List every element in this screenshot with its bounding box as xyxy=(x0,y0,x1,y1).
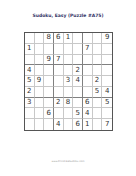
cell-r3c6 xyxy=(73,55,83,66)
cell-r4c7 xyxy=(83,65,93,76)
cell-r3c5 xyxy=(64,55,74,66)
cell-r5c4 xyxy=(54,76,64,87)
cell-r6c4 xyxy=(54,87,64,98)
cell-r4c8 xyxy=(93,65,103,76)
cell-r1c6 xyxy=(73,33,83,44)
cell-r6c8: 5 xyxy=(93,87,103,98)
cell-r3c8 xyxy=(93,55,103,66)
cell-r9c2 xyxy=(35,119,45,130)
cell-r9c3 xyxy=(44,119,54,130)
cell-r2c1: 1 xyxy=(25,44,35,55)
cell-r5c2: 9 xyxy=(35,76,45,87)
cell-r7c8 xyxy=(93,98,103,109)
cell-r5c1: 5 xyxy=(25,76,35,87)
cell-r2c7: 7 xyxy=(83,44,93,55)
cell-r2c8 xyxy=(93,44,103,55)
cell-r7c4: 2 xyxy=(54,98,64,109)
cell-r6c1: 2 xyxy=(25,87,35,98)
cell-r3c2 xyxy=(35,55,45,66)
cell-r8c7: 4 xyxy=(83,108,93,119)
cell-r2c5 xyxy=(64,44,74,55)
cell-r1c5: 1 xyxy=(64,33,74,44)
cell-r1c3: 8 xyxy=(44,33,54,44)
cell-r5c8: 2 xyxy=(93,76,103,87)
cell-r3c1 xyxy=(25,55,35,66)
cell-r8c4 xyxy=(54,108,64,119)
cell-r6c6 xyxy=(73,87,83,98)
cell-r9c6: 6 xyxy=(73,119,83,130)
cell-r4c3 xyxy=(44,65,54,76)
sudoku-page: Sudoku, Easy (Puzzle #A75) 8619179742593… xyxy=(0,0,136,176)
cell-r9c4: 4 xyxy=(54,119,64,130)
sudoku-board: 861917974259342254328656544617 xyxy=(24,32,113,131)
cell-r7c1: 3 xyxy=(25,98,35,109)
cell-r4c2 xyxy=(35,65,45,76)
cell-r4c4 xyxy=(54,65,64,76)
cell-r6c2 xyxy=(35,87,45,98)
cell-r1c4: 6 xyxy=(54,33,64,44)
cell-r8c6: 5 xyxy=(73,108,83,119)
cell-r8c1 xyxy=(25,108,35,119)
cell-r7c5: 8 xyxy=(64,98,74,109)
cell-r3c3: 9 xyxy=(44,55,54,66)
cell-r4c6: 2 xyxy=(73,65,83,76)
cell-r8c3: 6 xyxy=(44,108,54,119)
cell-r5c7 xyxy=(83,76,93,87)
cell-r2c4 xyxy=(54,44,64,55)
cell-r1c7 xyxy=(83,33,93,44)
cell-r5c3 xyxy=(44,76,54,87)
cell-r8c2 xyxy=(35,108,45,119)
cell-r3c7 xyxy=(83,55,93,66)
cell-r7c6 xyxy=(73,98,83,109)
cell-r4c5 xyxy=(64,65,74,76)
cell-r4c1: 4 xyxy=(25,65,35,76)
cell-r9c9: 7 xyxy=(102,119,112,130)
cell-r2c9 xyxy=(102,44,112,55)
cell-r5c5: 3 xyxy=(64,76,74,87)
cell-r9c7: 1 xyxy=(83,119,93,130)
cell-r5c9 xyxy=(102,76,112,87)
footer-url: www.PrintFreeSudoku.com xyxy=(0,161,136,164)
cell-r1c8 xyxy=(93,33,103,44)
cell-r1c1 xyxy=(25,33,35,44)
cell-r2c3 xyxy=(44,44,54,55)
cell-r3c4: 7 xyxy=(54,55,64,66)
cell-r7c7: 6 xyxy=(83,98,93,109)
cell-r2c6 xyxy=(73,44,83,55)
cell-r6c7 xyxy=(83,87,93,98)
cell-r7c2 xyxy=(35,98,45,109)
cell-r8c9 xyxy=(102,108,112,119)
cell-r1c2 xyxy=(35,33,45,44)
cell-r9c1 xyxy=(25,119,35,130)
cell-r6c9: 4 xyxy=(102,87,112,98)
cell-r7c9: 5 xyxy=(102,98,112,109)
cell-r4c9 xyxy=(102,65,112,76)
cell-r9c8 xyxy=(93,119,103,130)
cell-r6c3 xyxy=(44,87,54,98)
cell-r9c5 xyxy=(64,119,74,130)
cell-r6c5 xyxy=(64,87,74,98)
cell-r2c2 xyxy=(35,44,45,55)
cell-r7c3 xyxy=(44,98,54,109)
cell-r5c6: 4 xyxy=(73,76,83,87)
cell-r8c5 xyxy=(64,108,74,119)
cell-r3c9 xyxy=(102,55,112,66)
cell-r8c8 xyxy=(93,108,103,119)
page-title: Sudoku, Easy (Puzzle #A75) xyxy=(0,14,136,19)
cell-r1c9: 9 xyxy=(102,33,112,44)
